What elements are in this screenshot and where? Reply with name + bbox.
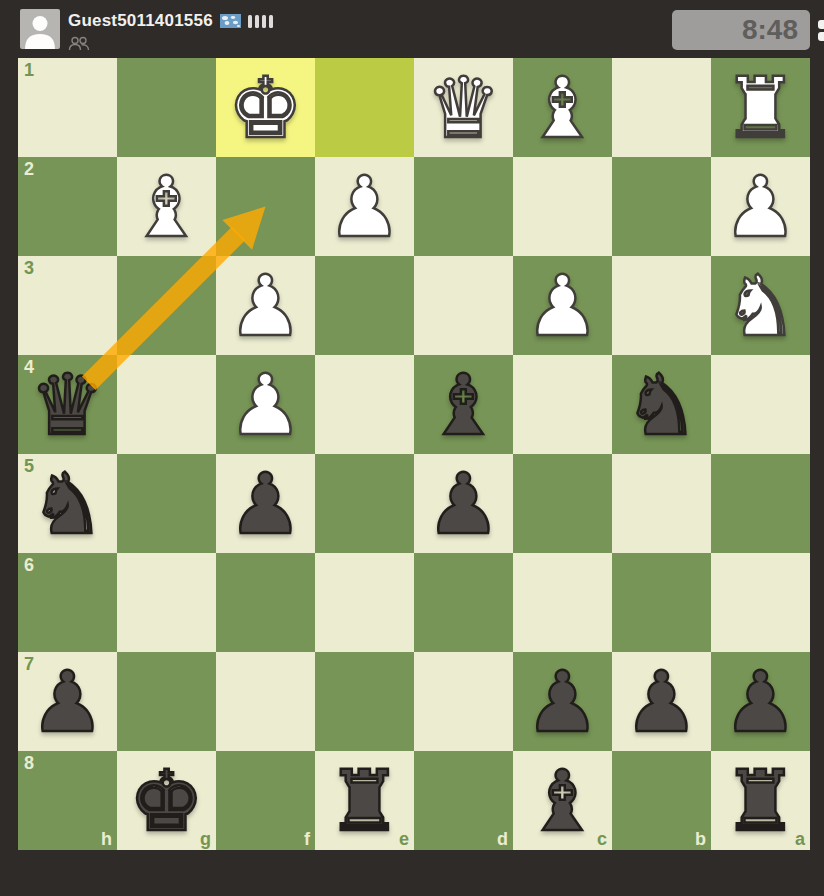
top-clock-time: 8:48	[742, 14, 798, 46]
square-a8[interactable]: a♜	[711, 751, 810, 850]
square-h5[interactable]: 5♞	[18, 454, 117, 553]
rank-label-3: 3	[24, 259, 34, 277]
square-f7[interactable]	[216, 652, 315, 751]
square-f2[interactable]	[216, 157, 315, 256]
square-d3[interactable]	[414, 256, 513, 355]
square-d4[interactable]: ♝	[414, 355, 513, 454]
square-h7[interactable]: 7♟	[18, 652, 117, 751]
square-b4[interactable]: ♞	[612, 355, 711, 454]
square-e4[interactable]	[315, 355, 414, 454]
square-c5[interactable]	[513, 454, 612, 553]
square-e2[interactable]: ♟	[315, 157, 414, 256]
square-c3[interactable]: ♟	[513, 256, 612, 355]
gear-icon-partial[interactable]	[818, 20, 824, 42]
top-player-bar: Guest5011401556	[0, 0, 824, 58]
white-queen-d1[interactable]: ♛	[414, 58, 513, 157]
square-g6[interactable]	[117, 553, 216, 652]
top-connection-bars-icon	[248, 15, 273, 28]
rank-label-1: 1	[24, 61, 34, 79]
square-d7[interactable]	[414, 652, 513, 751]
guest-users-icon	[68, 36, 90, 51]
square-h8[interactable]: 8h	[18, 751, 117, 850]
square-g8[interactable]: g♚	[117, 751, 216, 850]
square-e3[interactable]	[315, 256, 414, 355]
black-knight-h5[interactable]: ♞	[18, 454, 117, 553]
rank-label-8: 8	[24, 754, 34, 772]
square-c2[interactable]	[513, 157, 612, 256]
black-rook-e8[interactable]: ♜	[315, 751, 414, 850]
square-g5[interactable]	[117, 454, 216, 553]
bottom-player-bar: m4Rt1niCraFT ♟♟♟♞♜+9	[0, 850, 824, 896]
square-h2[interactable]: 2	[18, 157, 117, 256]
black-pawn-h7[interactable]: ♟	[18, 652, 117, 751]
square-d8[interactable]: d	[414, 751, 513, 850]
white-bishop-c1[interactable]: ♝	[513, 58, 612, 157]
black-knight-b4[interactable]: ♞	[612, 355, 711, 454]
square-h3[interactable]: 3	[18, 256, 117, 355]
square-g2[interactable]: ♝	[117, 157, 216, 256]
square-g4[interactable]	[117, 355, 216, 454]
square-a5[interactable]	[711, 454, 810, 553]
top-player-avatar[interactable]	[20, 9, 60, 49]
square-g3[interactable]	[117, 256, 216, 355]
square-d5[interactable]: ♟	[414, 454, 513, 553]
square-d2[interactable]	[414, 157, 513, 256]
world-flag-icon	[220, 14, 241, 28]
black-bishop-d4[interactable]: ♝	[414, 355, 513, 454]
square-b3[interactable]	[612, 256, 711, 355]
file-label-b: b	[695, 830, 706, 848]
file-label-h: h	[101, 830, 112, 848]
white-bishop-g2[interactable]: ♝	[117, 157, 216, 256]
square-b7[interactable]: ♟	[612, 652, 711, 751]
black-pawn-a7[interactable]: ♟	[711, 652, 810, 751]
square-b2[interactable]	[612, 157, 711, 256]
white-pawn-f3[interactable]: ♟	[216, 256, 315, 355]
square-f3[interactable]: ♟	[216, 256, 315, 355]
square-d6[interactable]	[414, 553, 513, 652]
square-e5[interactable]	[315, 454, 414, 553]
white-rook-a1[interactable]: ♜	[711, 58, 810, 157]
rank-label-6: 6	[24, 556, 34, 574]
square-c7[interactable]: ♟	[513, 652, 612, 751]
square-a7[interactable]: ♟	[711, 652, 810, 751]
square-a1[interactable]: ♜	[711, 58, 810, 157]
square-c8[interactable]: c♝	[513, 751, 612, 850]
square-f6[interactable]	[216, 553, 315, 652]
square-a2[interactable]: ♟	[711, 157, 810, 256]
game-screen: Guest5011401556	[0, 0, 824, 896]
square-e1[interactable]	[315, 58, 414, 157]
square-g7[interactable]	[117, 652, 216, 751]
black-pawn-f5[interactable]: ♟	[216, 454, 315, 553]
white-knight-a3[interactable]: ♞	[711, 256, 810, 355]
white-pawn-f4[interactable]: ♟	[216, 355, 315, 454]
square-b5[interactable]	[612, 454, 711, 553]
white-pawn-a2[interactable]: ♟	[711, 157, 810, 256]
square-f8[interactable]: f	[216, 751, 315, 850]
rank-label-2: 2	[24, 160, 34, 178]
square-b6[interactable]	[612, 553, 711, 652]
black-queen-h4[interactable]: ♛	[18, 355, 117, 454]
file-label-f: f	[304, 830, 310, 848]
square-b8[interactable]: b	[612, 751, 711, 850]
default-avatar-icon	[20, 9, 60, 49]
white-pawn-c3[interactable]: ♟	[513, 256, 612, 355]
black-pawn-d5[interactable]: ♟	[414, 454, 513, 553]
square-a4[interactable]	[711, 355, 810, 454]
square-c4[interactable]	[513, 355, 612, 454]
square-h1[interactable]: 1	[18, 58, 117, 157]
black-rook-a8[interactable]: ♜	[711, 751, 810, 850]
square-c6[interactable]	[513, 553, 612, 652]
square-c1[interactable]: ♝	[513, 58, 612, 157]
file-label-d: d	[497, 830, 508, 848]
square-g1[interactable]	[117, 58, 216, 157]
black-pawn-c7[interactable]: ♟	[513, 652, 612, 751]
square-d1[interactable]: ♛	[414, 58, 513, 157]
square-e8[interactable]: e♜	[315, 751, 414, 850]
square-f5[interactable]: ♟	[216, 454, 315, 553]
square-f1[interactable]: ♚	[216, 58, 315, 157]
square-h4[interactable]: 4♛	[18, 355, 117, 454]
white-pawn-e2[interactable]: ♟	[315, 157, 414, 256]
top-player-clock: 8:48	[672, 10, 810, 50]
chess-board[interactable]: 1♚♛♝♜2♝♟♟3♟♟♞4♛♟♝♞5♞♟♟67♟♟♟♟8hg♚fe♜dc♝ba…	[18, 58, 810, 850]
square-a3[interactable]: ♞	[711, 256, 810, 355]
top-player-name[interactable]: Guest5011401556	[68, 11, 213, 31]
black-pawn-b7[interactable]: ♟	[612, 652, 711, 751]
square-h6[interactable]: 6	[18, 553, 117, 652]
square-b1[interactable]	[612, 58, 711, 157]
square-e7[interactable]	[315, 652, 414, 751]
square-e6[interactable]	[315, 553, 414, 652]
black-bishop-c8[interactable]: ♝	[513, 751, 612, 850]
black-king-g8[interactable]: ♚	[117, 751, 216, 850]
square-a6[interactable]	[711, 553, 810, 652]
square-f4[interactable]: ♟	[216, 355, 315, 454]
white-king-f1[interactable]: ♚	[216, 58, 315, 157]
